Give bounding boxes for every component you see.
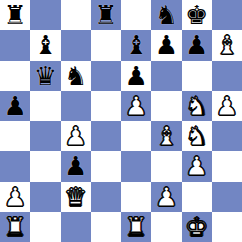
square-d5[interactable] [91, 91, 121, 121]
square-d7[interactable] [91, 30, 121, 60]
square-f8[interactable]: ♞ [151, 0, 181, 30]
black-king[interactable]: ♚ [185, 2, 208, 28]
square-c1[interactable] [61, 212, 91, 242]
square-a8[interactable]: ♜ [0, 0, 30, 30]
square-c5[interactable] [61, 91, 91, 121]
square-d4[interactable] [91, 121, 121, 151]
black-pawn[interactable]: ♟ [64, 153, 87, 179]
square-h7[interactable]: ♝ [212, 30, 242, 60]
square-g8[interactable]: ♚ [182, 0, 212, 30]
square-d6[interactable] [91, 61, 121, 91]
black-queen[interactable]: ♛ [34, 63, 57, 89]
square-g7[interactable]: ♟ [182, 30, 212, 60]
white-rook[interactable]: ♜ [124, 214, 147, 240]
square-c8[interactable] [61, 0, 91, 30]
black-pawn[interactable]: ♟ [3, 93, 26, 119]
square-e5[interactable]: ♟ [121, 91, 151, 121]
square-g4[interactable]: ♞ [182, 121, 212, 151]
square-h3[interactable] [212, 151, 242, 181]
white-pawn[interactable]: ♟ [124, 93, 147, 119]
square-b8[interactable] [30, 0, 60, 30]
square-e7[interactable]: ♝ [121, 30, 151, 60]
square-h8[interactable] [212, 0, 242, 30]
square-h4[interactable] [212, 121, 242, 151]
square-e8[interactable] [121, 0, 151, 30]
white-king[interactable]: ♚ [185, 214, 208, 240]
square-g5[interactable]: ♞ [182, 91, 212, 121]
square-a5[interactable]: ♟ [0, 91, 30, 121]
black-bishop[interactable]: ♝ [124, 32, 147, 58]
white-pawn[interactable]: ♟ [155, 184, 178, 210]
white-bishop[interactable]: ♝ [215, 32, 238, 58]
square-b6[interactable]: ♛ [30, 61, 60, 91]
square-f6[interactable] [151, 61, 181, 91]
square-b7[interactable]: ♝ [30, 30, 60, 60]
white-bishop[interactable]: ♝ [155, 123, 178, 149]
white-queen[interactable]: ♛ [64, 184, 87, 210]
square-f3[interactable] [151, 151, 181, 181]
chess-board: ♜♜♞♚♝♝♟♟♝♛♞♟♟♟♞♟♟♝♞♟♟♟♛♟♜♜♚ [0, 0, 242, 242]
square-c2[interactable]: ♛ [61, 182, 91, 212]
square-g3[interactable]: ♟ [182, 151, 212, 181]
square-f7[interactable]: ♟ [151, 30, 181, 60]
square-f5[interactable] [151, 91, 181, 121]
white-pawn[interactable]: ♟ [185, 153, 208, 179]
square-b5[interactable] [30, 91, 60, 121]
square-g6[interactable] [182, 61, 212, 91]
square-a2[interactable]: ♟ [0, 182, 30, 212]
square-a4[interactable] [0, 121, 30, 151]
square-e6[interactable]: ♟ [121, 61, 151, 91]
square-b2[interactable] [30, 182, 60, 212]
square-c4[interactable]: ♟ [61, 121, 91, 151]
white-pawn[interactable]: ♟ [64, 123, 87, 149]
white-pawn[interactable]: ♟ [3, 184, 26, 210]
square-h2[interactable] [212, 182, 242, 212]
square-c7[interactable] [61, 30, 91, 60]
square-d2[interactable] [91, 182, 121, 212]
board-grid: ♜♜♞♚♝♝♟♟♝♛♞♟♟♟♞♟♟♝♞♟♟♟♛♟♜♜♚ [0, 0, 242, 242]
white-pawn[interactable]: ♟ [215, 93, 238, 119]
white-rook[interactable]: ♜ [3, 214, 26, 240]
square-f2[interactable]: ♟ [151, 182, 181, 212]
square-b4[interactable] [30, 121, 60, 151]
square-h5[interactable]: ♟ [212, 91, 242, 121]
square-b1[interactable] [30, 212, 60, 242]
square-e2[interactable] [121, 182, 151, 212]
square-g1[interactable]: ♚ [182, 212, 212, 242]
black-pawn[interactable]: ♟ [155, 32, 178, 58]
black-knight[interactable]: ♞ [155, 2, 178, 28]
black-bishop[interactable]: ♝ [34, 32, 57, 58]
square-g2[interactable] [182, 182, 212, 212]
black-pawn[interactable]: ♟ [124, 63, 147, 89]
square-h6[interactable] [212, 61, 242, 91]
white-knight[interactable]: ♞ [185, 93, 208, 119]
square-h1[interactable] [212, 212, 242, 242]
square-d1[interactable] [91, 212, 121, 242]
square-f4[interactable]: ♝ [151, 121, 181, 151]
square-e1[interactable]: ♜ [121, 212, 151, 242]
square-c3[interactable]: ♟ [61, 151, 91, 181]
square-a7[interactable] [0, 30, 30, 60]
square-f1[interactable] [151, 212, 181, 242]
square-a6[interactable] [0, 61, 30, 91]
black-pawn[interactable]: ♟ [185, 32, 208, 58]
square-e3[interactable] [121, 151, 151, 181]
black-rook[interactable]: ♜ [3, 2, 26, 28]
square-a3[interactable] [0, 151, 30, 181]
square-d3[interactable] [91, 151, 121, 181]
square-e4[interactable] [121, 121, 151, 151]
square-c6[interactable]: ♞ [61, 61, 91, 91]
white-knight[interactable]: ♞ [185, 123, 208, 149]
black-rook[interactable]: ♜ [94, 2, 117, 28]
square-b3[interactable] [30, 151, 60, 181]
square-a1[interactable]: ♜ [0, 212, 30, 242]
black-knight[interactable]: ♞ [64, 63, 87, 89]
square-d8[interactable]: ♜ [91, 0, 121, 30]
